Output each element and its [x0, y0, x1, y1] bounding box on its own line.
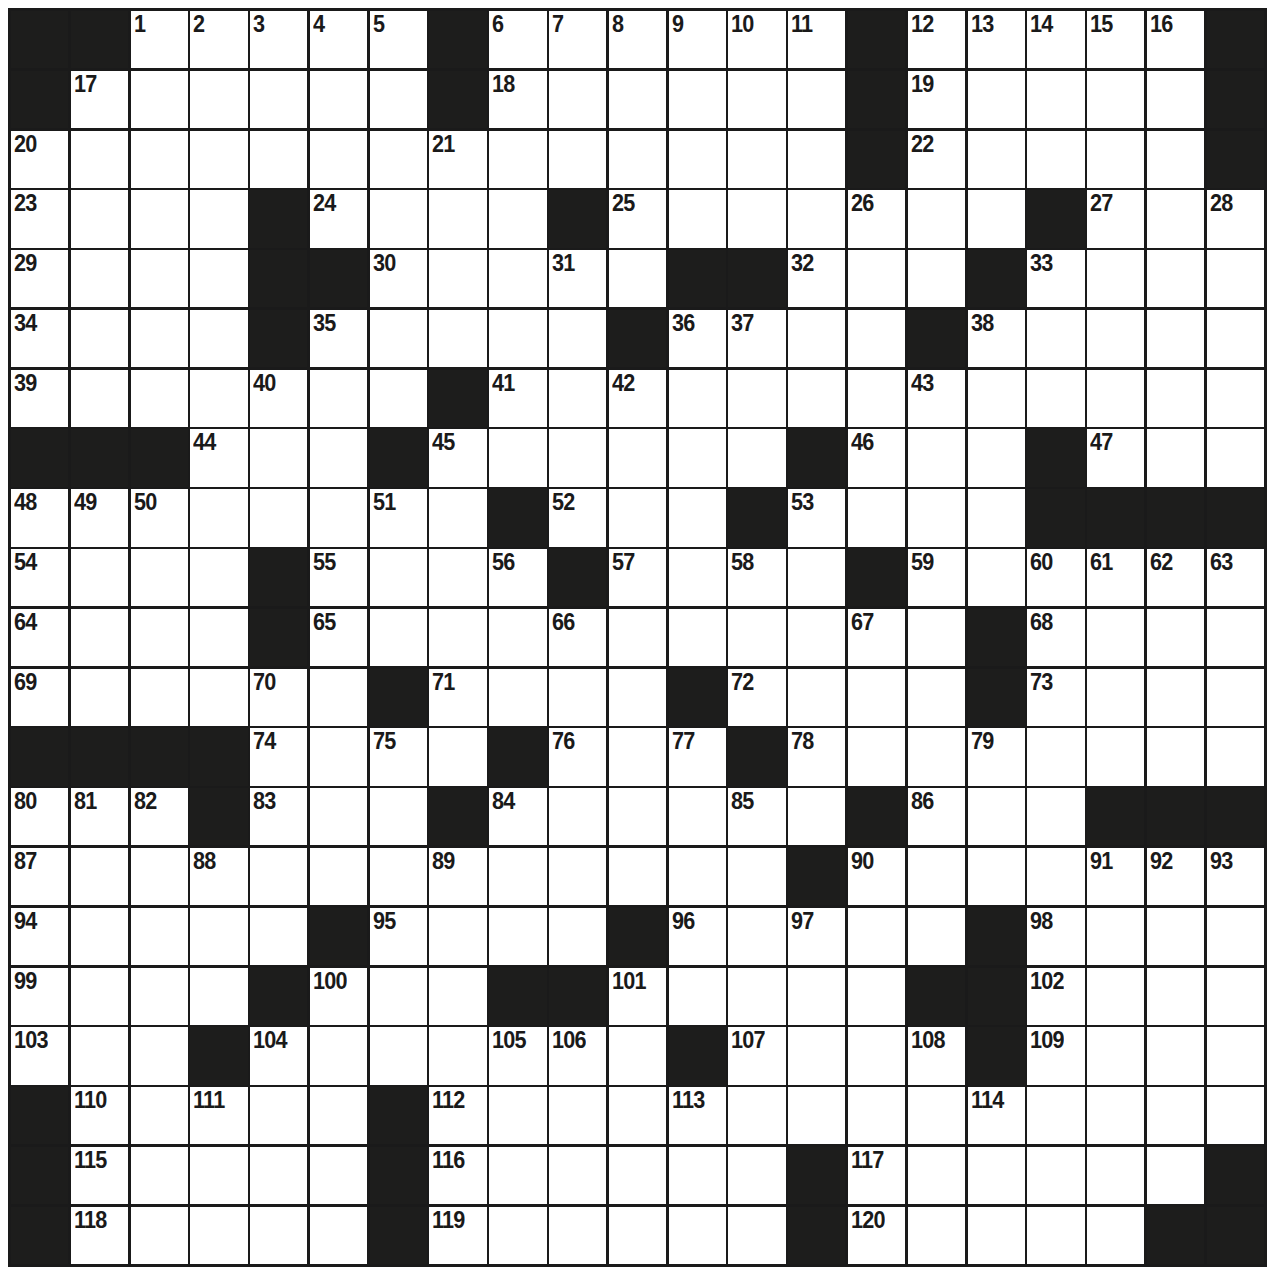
letter-cell[interactable]: 16 [1147, 11, 1204, 68]
letter-cell[interactable]: 85 [728, 788, 785, 845]
letter-cell[interactable] [609, 669, 666, 726]
letter-cell[interactable]: 23 [11, 190, 68, 247]
letter-cell[interactable] [788, 190, 845, 247]
letter-cell[interactable] [669, 190, 726, 247]
letter-cell[interactable] [908, 1087, 965, 1144]
letter-cell[interactable] [1207, 429, 1264, 486]
letter-cell[interactable]: 35 [310, 310, 367, 367]
letter-cell[interactable] [549, 1147, 606, 1204]
letter-cell[interactable] [609, 1087, 666, 1144]
letter-cell[interactable] [190, 489, 247, 546]
letter-cell[interactable]: 106 [549, 1027, 606, 1084]
letter-cell[interactable] [1027, 370, 1084, 427]
letter-cell[interactable]: 43 [908, 370, 965, 427]
letter-cell[interactable]: 29 [11, 250, 68, 307]
letter-cell[interactable] [728, 1087, 785, 1144]
letter-cell[interactable]: 44 [190, 429, 247, 486]
letter-cell[interactable] [669, 131, 726, 188]
letter-cell[interactable] [788, 669, 845, 726]
letter-cell[interactable] [250, 848, 307, 905]
letter-cell[interactable] [968, 549, 1025, 606]
letter-cell[interactable] [489, 669, 546, 726]
letter-cell[interactable] [71, 1027, 128, 1084]
letter-cell[interactable] [429, 968, 486, 1025]
letter-cell[interactable]: 80 [11, 788, 68, 845]
letter-cell[interactable]: 64 [11, 609, 68, 666]
letter-cell[interactable] [71, 370, 128, 427]
letter-cell[interactable] [728, 968, 785, 1025]
letter-cell[interactable] [250, 489, 307, 546]
letter-cell[interactable]: 38 [968, 310, 1025, 367]
letter-cell[interactable] [310, 728, 367, 785]
letter-cell[interactable] [609, 71, 666, 128]
letter-cell[interactable] [1147, 250, 1204, 307]
letter-cell[interactable]: 21 [429, 131, 486, 188]
letter-cell[interactable]: 119 [429, 1207, 486, 1264]
letter-cell[interactable] [429, 310, 486, 367]
letter-cell[interactable] [71, 131, 128, 188]
letter-cell[interactable] [728, 908, 785, 965]
letter-cell[interactable] [728, 190, 785, 247]
letter-cell[interactable] [1147, 609, 1204, 666]
letter-cell[interactable] [429, 1027, 486, 1084]
letter-cell[interactable]: 104 [250, 1027, 307, 1084]
letter-cell[interactable]: 66 [549, 609, 606, 666]
letter-cell[interactable]: 76 [549, 728, 606, 785]
letter-cell[interactable]: 50 [131, 489, 188, 546]
letter-cell[interactable]: 97 [788, 908, 845, 965]
letter-cell[interactable] [549, 71, 606, 128]
letter-cell[interactable]: 30 [370, 250, 427, 307]
letter-cell[interactable]: 17 [71, 71, 128, 128]
letter-cell[interactable]: 22 [908, 131, 965, 188]
letter-cell[interactable] [1207, 250, 1264, 307]
letter-cell[interactable] [310, 1087, 367, 1144]
letter-cell[interactable] [1027, 310, 1084, 367]
letter-cell[interactable]: 20 [11, 131, 68, 188]
letter-cell[interactable] [310, 489, 367, 546]
letter-cell[interactable] [549, 131, 606, 188]
letter-cell[interactable]: 111 [190, 1087, 247, 1144]
letter-cell[interactable]: 99 [11, 968, 68, 1025]
letter-cell[interactable] [549, 1087, 606, 1144]
letter-cell[interactable] [848, 370, 905, 427]
letter-cell[interactable]: 77 [669, 728, 726, 785]
letter-cell[interactable] [968, 1147, 1025, 1204]
letter-cell[interactable] [370, 131, 427, 188]
letter-cell[interactable] [1087, 370, 1144, 427]
letter-cell[interactable] [728, 609, 785, 666]
letter-cell[interactable] [788, 1087, 845, 1144]
letter-cell[interactable] [728, 429, 785, 486]
letter-cell[interactable] [549, 1207, 606, 1264]
letter-cell[interactable]: 11 [788, 11, 845, 68]
letter-cell[interactable]: 49 [71, 489, 128, 546]
letter-cell[interactable] [609, 489, 666, 546]
letter-cell[interactable] [1087, 1147, 1144, 1204]
letter-cell[interactable]: 96 [669, 908, 726, 965]
letter-cell[interactable]: 105 [489, 1027, 546, 1084]
letter-cell[interactable] [190, 1147, 247, 1204]
letter-cell[interactable]: 83 [250, 788, 307, 845]
letter-cell[interactable] [1147, 1147, 1204, 1204]
letter-cell[interactable] [71, 609, 128, 666]
letter-cell[interactable] [1207, 968, 1264, 1025]
letter-cell[interactable]: 46 [848, 429, 905, 486]
letter-cell[interactable] [1147, 131, 1204, 188]
letter-cell[interactable] [609, 250, 666, 307]
letter-cell[interactable]: 27 [1087, 190, 1144, 247]
letter-cell[interactable]: 13 [968, 11, 1025, 68]
letter-cell[interactable] [71, 908, 128, 965]
letter-cell[interactable]: 4 [310, 11, 367, 68]
letter-cell[interactable] [370, 549, 427, 606]
letter-cell[interactable] [1087, 1027, 1144, 1084]
letter-cell[interactable] [1207, 1087, 1264, 1144]
letter-cell[interactable] [131, 310, 188, 367]
letter-cell[interactable]: 14 [1027, 11, 1084, 68]
letter-cell[interactable] [429, 609, 486, 666]
letter-cell[interactable] [1147, 71, 1204, 128]
letter-cell[interactable] [429, 728, 486, 785]
letter-cell[interactable] [310, 848, 367, 905]
letter-cell[interactable] [250, 429, 307, 486]
letter-cell[interactable] [489, 310, 546, 367]
letter-cell[interactable] [609, 848, 666, 905]
letter-cell[interactable] [310, 1027, 367, 1084]
letter-cell[interactable] [429, 250, 486, 307]
letter-cell[interactable] [609, 1207, 666, 1264]
letter-cell[interactable]: 56 [489, 549, 546, 606]
letter-cell[interactable]: 86 [908, 788, 965, 845]
letter-cell[interactable] [848, 728, 905, 785]
letter-cell[interactable] [848, 1087, 905, 1144]
letter-cell[interactable] [131, 1027, 188, 1084]
letter-cell[interactable] [489, 609, 546, 666]
letter-cell[interactable]: 112 [429, 1087, 486, 1144]
letter-cell[interactable]: 6 [489, 11, 546, 68]
letter-cell[interactable] [1147, 908, 1204, 965]
letter-cell[interactable] [71, 669, 128, 726]
letter-cell[interactable] [549, 370, 606, 427]
letter-cell[interactable]: 18 [489, 71, 546, 128]
letter-cell[interactable]: 26 [848, 190, 905, 247]
letter-cell[interactable]: 116 [429, 1147, 486, 1204]
letter-cell[interactable] [131, 131, 188, 188]
letter-cell[interactable] [1207, 669, 1264, 726]
letter-cell[interactable]: 82 [131, 788, 188, 845]
letter-cell[interactable] [848, 310, 905, 367]
letter-cell[interactable] [131, 669, 188, 726]
letter-cell[interactable] [71, 549, 128, 606]
letter-cell[interactable] [1207, 310, 1264, 367]
letter-cell[interactable]: 60 [1027, 549, 1084, 606]
letter-cell[interactable] [908, 250, 965, 307]
letter-cell[interactable] [131, 908, 188, 965]
letter-cell[interactable] [1087, 310, 1144, 367]
letter-cell[interactable] [1087, 250, 1144, 307]
letter-cell[interactable]: 89 [429, 848, 486, 905]
letter-cell[interactable] [848, 968, 905, 1025]
letter-cell[interactable] [848, 489, 905, 546]
letter-cell[interactable] [609, 609, 666, 666]
letter-cell[interactable] [131, 190, 188, 247]
letter-cell[interactable] [908, 669, 965, 726]
letter-cell[interactable]: 117 [848, 1147, 905, 1204]
letter-cell[interactable] [190, 968, 247, 1025]
letter-cell[interactable] [1087, 1207, 1144, 1264]
letter-cell[interactable]: 101 [609, 968, 666, 1025]
letter-cell[interactable]: 58 [728, 549, 785, 606]
letter-cell[interactable] [788, 1027, 845, 1084]
letter-cell[interactable] [1027, 1207, 1084, 1264]
letter-cell[interactable] [489, 1147, 546, 1204]
letter-cell[interactable]: 100 [310, 968, 367, 1025]
letter-cell[interactable] [669, 848, 726, 905]
letter-cell[interactable] [669, 1207, 726, 1264]
letter-cell[interactable]: 81 [71, 788, 128, 845]
letter-cell[interactable] [489, 190, 546, 247]
letter-cell[interactable] [788, 788, 845, 845]
letter-cell[interactable] [1027, 728, 1084, 785]
letter-cell[interactable] [1207, 908, 1264, 965]
letter-cell[interactable]: 47 [1087, 429, 1144, 486]
letter-cell[interactable] [728, 1147, 785, 1204]
letter-cell[interactable] [609, 1147, 666, 1204]
letter-cell[interactable] [190, 71, 247, 128]
letter-cell[interactable] [310, 370, 367, 427]
letter-cell[interactable] [669, 609, 726, 666]
letter-cell[interactable]: 73 [1027, 669, 1084, 726]
letter-cell[interactable]: 32 [788, 250, 845, 307]
letter-cell[interactable] [1027, 788, 1084, 845]
letter-cell[interactable] [370, 788, 427, 845]
letter-cell[interactable] [310, 1147, 367, 1204]
letter-cell[interactable] [968, 131, 1025, 188]
letter-cell[interactable] [609, 131, 666, 188]
letter-cell[interactable]: 55 [310, 549, 367, 606]
letter-cell[interactable] [788, 71, 845, 128]
letter-cell[interactable] [250, 1087, 307, 1144]
letter-cell[interactable] [1087, 71, 1144, 128]
letter-cell[interactable]: 8 [609, 11, 666, 68]
letter-cell[interactable] [190, 131, 247, 188]
letter-cell[interactable] [131, 250, 188, 307]
letter-cell[interactable] [190, 250, 247, 307]
letter-cell[interactable] [250, 1207, 307, 1264]
letter-cell[interactable]: 24 [310, 190, 367, 247]
letter-cell[interactable]: 5 [370, 11, 427, 68]
letter-cell[interactable] [669, 968, 726, 1025]
letter-cell[interactable]: 70 [250, 669, 307, 726]
letter-cell[interactable] [728, 71, 785, 128]
letter-cell[interactable]: 12 [908, 11, 965, 68]
letter-cell[interactable] [1147, 429, 1204, 486]
letter-cell[interactable] [1147, 728, 1204, 785]
letter-cell[interactable] [489, 908, 546, 965]
letter-cell[interactable] [1087, 609, 1144, 666]
letter-cell[interactable] [429, 549, 486, 606]
letter-cell[interactable]: 98 [1027, 908, 1084, 965]
letter-cell[interactable] [609, 788, 666, 845]
letter-cell[interactable] [1027, 131, 1084, 188]
letter-cell[interactable] [968, 190, 1025, 247]
letter-cell[interactable] [489, 1207, 546, 1264]
letter-cell[interactable] [1147, 310, 1204, 367]
letter-cell[interactable] [1027, 1147, 1084, 1204]
letter-cell[interactable]: 19 [908, 71, 965, 128]
letter-cell[interactable] [848, 669, 905, 726]
letter-cell[interactable]: 79 [968, 728, 1025, 785]
letter-cell[interactable] [848, 250, 905, 307]
letter-cell[interactable] [489, 848, 546, 905]
letter-cell[interactable]: 67 [848, 609, 905, 666]
letter-cell[interactable] [370, 1027, 427, 1084]
letter-cell[interactable] [190, 370, 247, 427]
letter-cell[interactable]: 57 [609, 549, 666, 606]
letter-cell[interactable] [310, 429, 367, 486]
letter-cell[interactable] [190, 1207, 247, 1264]
letter-cell[interactable] [908, 1147, 965, 1204]
letter-cell[interactable] [908, 429, 965, 486]
letter-cell[interactable]: 53 [788, 489, 845, 546]
letter-cell[interactable] [968, 489, 1025, 546]
letter-cell[interactable] [131, 968, 188, 1025]
letter-cell[interactable]: 1 [131, 11, 188, 68]
letter-cell[interactable]: 48 [11, 489, 68, 546]
letter-cell[interactable] [968, 788, 1025, 845]
letter-cell[interactable]: 68 [1027, 609, 1084, 666]
letter-cell[interactable] [669, 489, 726, 546]
letter-cell[interactable]: 25 [609, 190, 666, 247]
letter-cell[interactable] [131, 609, 188, 666]
letter-cell[interactable]: 59 [908, 549, 965, 606]
letter-cell[interactable] [669, 429, 726, 486]
letter-cell[interactable] [1207, 609, 1264, 666]
letter-cell[interactable]: 114 [968, 1087, 1025, 1144]
letter-cell[interactable]: 39 [11, 370, 68, 427]
letter-cell[interactable] [310, 71, 367, 128]
letter-cell[interactable] [788, 549, 845, 606]
letter-cell[interactable]: 118 [71, 1207, 128, 1264]
letter-cell[interactable] [669, 1147, 726, 1204]
letter-cell[interactable] [1207, 1027, 1264, 1084]
letter-cell[interactable] [250, 1147, 307, 1204]
letter-cell[interactable] [489, 1087, 546, 1144]
letter-cell[interactable] [788, 370, 845, 427]
letter-cell[interactable] [429, 190, 486, 247]
letter-cell[interactable]: 3 [250, 11, 307, 68]
letter-cell[interactable]: 113 [669, 1087, 726, 1144]
letter-cell[interactable]: 71 [429, 669, 486, 726]
letter-cell[interactable] [908, 908, 965, 965]
letter-cell[interactable] [429, 489, 486, 546]
letter-cell[interactable]: 45 [429, 429, 486, 486]
letter-cell[interactable] [908, 190, 965, 247]
letter-cell[interactable] [489, 131, 546, 188]
letter-cell[interactable]: 102 [1027, 968, 1084, 1025]
letter-cell[interactable] [1147, 190, 1204, 247]
letter-cell[interactable] [788, 968, 845, 1025]
letter-cell[interactable] [370, 609, 427, 666]
letter-cell[interactable] [131, 1207, 188, 1264]
letter-cell[interactable] [370, 370, 427, 427]
letter-cell[interactable]: 41 [489, 370, 546, 427]
letter-cell[interactable]: 91 [1087, 848, 1144, 905]
letter-cell[interactable]: 62 [1147, 549, 1204, 606]
letter-cell[interactable] [71, 968, 128, 1025]
letter-cell[interactable] [669, 549, 726, 606]
letter-cell[interactable] [1087, 968, 1144, 1025]
letter-cell[interactable] [609, 728, 666, 785]
letter-cell[interactable] [669, 788, 726, 845]
letter-cell[interactable]: 92 [1147, 848, 1204, 905]
letter-cell[interactable] [728, 848, 785, 905]
letter-cell[interactable] [190, 549, 247, 606]
letter-cell[interactable] [549, 908, 606, 965]
letter-cell[interactable]: 95 [370, 908, 427, 965]
letter-cell[interactable]: 61 [1087, 549, 1144, 606]
letter-cell[interactable]: 51 [370, 489, 427, 546]
letter-cell[interactable] [968, 1207, 1025, 1264]
letter-cell[interactable] [250, 131, 307, 188]
letter-cell[interactable] [1147, 1087, 1204, 1144]
letter-cell[interactable] [250, 71, 307, 128]
letter-cell[interactable] [370, 71, 427, 128]
letter-cell[interactable] [489, 429, 546, 486]
letter-cell[interactable] [1147, 1027, 1204, 1084]
letter-cell[interactable] [131, 71, 188, 128]
letter-cell[interactable] [370, 190, 427, 247]
letter-cell[interactable] [549, 310, 606, 367]
letter-cell[interactable] [131, 848, 188, 905]
letter-cell[interactable] [1087, 669, 1144, 726]
letter-cell[interactable] [669, 370, 726, 427]
letter-cell[interactable]: 10 [728, 11, 785, 68]
letter-cell[interactable]: 109 [1027, 1027, 1084, 1084]
letter-cell[interactable] [71, 310, 128, 367]
letter-cell[interactable] [71, 250, 128, 307]
letter-cell[interactable] [310, 131, 367, 188]
letter-cell[interactable]: 110 [71, 1087, 128, 1144]
letter-cell[interactable] [788, 310, 845, 367]
letter-cell[interactable]: 40 [250, 370, 307, 427]
letter-cell[interactable] [131, 1087, 188, 1144]
letter-cell[interactable] [908, 848, 965, 905]
letter-cell[interactable] [848, 908, 905, 965]
letter-cell[interactable] [190, 908, 247, 965]
letter-cell[interactable] [370, 848, 427, 905]
letter-cell[interactable] [250, 908, 307, 965]
letter-cell[interactable]: 63 [1207, 549, 1264, 606]
letter-cell[interactable]: 7 [549, 11, 606, 68]
letter-cell[interactable] [310, 788, 367, 845]
letter-cell[interactable] [669, 71, 726, 128]
letter-cell[interactable]: 15 [1087, 11, 1144, 68]
letter-cell[interactable]: 31 [549, 250, 606, 307]
letter-cell[interactable] [908, 728, 965, 785]
letter-cell[interactable] [131, 549, 188, 606]
letter-cell[interactable] [370, 968, 427, 1025]
letter-cell[interactable] [968, 848, 1025, 905]
letter-cell[interactable] [1027, 848, 1084, 905]
letter-cell[interactable] [609, 429, 666, 486]
letter-cell[interactable]: 33 [1027, 250, 1084, 307]
letter-cell[interactable] [1207, 370, 1264, 427]
letter-cell[interactable]: 72 [728, 669, 785, 726]
letter-cell[interactable] [549, 788, 606, 845]
letter-cell[interactable]: 42 [609, 370, 666, 427]
